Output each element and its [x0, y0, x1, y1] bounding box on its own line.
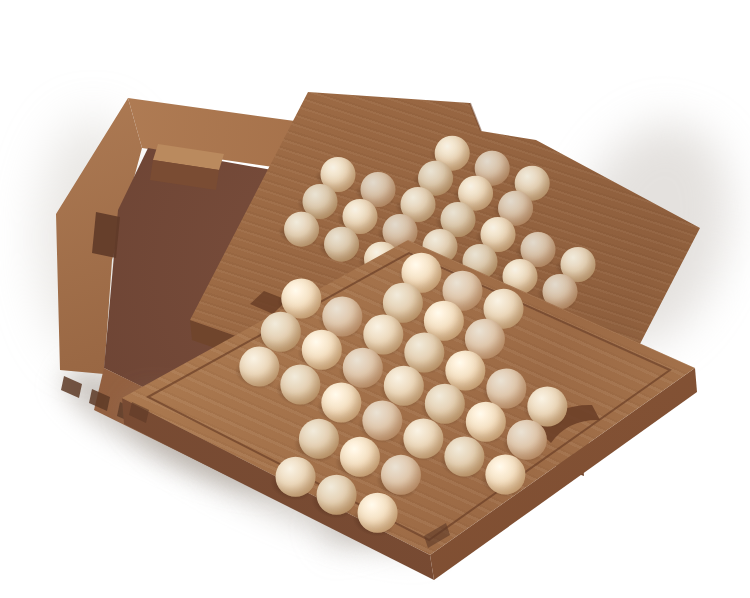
peg-ball[interactable]: [485, 455, 525, 495]
peg-ball[interactable]: [280, 365, 320, 405]
peg-ball[interactable]: [340, 437, 380, 477]
peg-ball[interactable]: [276, 457, 316, 497]
peg-ball[interactable]: [384, 366, 424, 406]
peg-ball[interactable]: [466, 402, 506, 442]
peg-ball[interactable]: [321, 383, 361, 423]
front-joint-mark: [129, 402, 149, 423]
peg-ball[interactable]: [239, 347, 279, 387]
peg-ball[interactable]: [362, 401, 402, 441]
peg-ball[interactable]: [507, 420, 547, 460]
peg-solitaire-product-photo: [0, 0, 750, 598]
peg-ball[interactable]: [444, 437, 484, 477]
peg-ball[interactable]: [261, 312, 301, 352]
peg-ball[interactable]: [299, 419, 339, 459]
back-board-step-cut: [470, 103, 481, 131]
peg-ball[interactable]: [425, 384, 465, 424]
peg-ball[interactable]: [358, 493, 398, 533]
peg-ball[interactable]: [343, 348, 383, 388]
peg-ball[interactable]: [302, 330, 342, 370]
peg-ball[interactable]: [317, 475, 357, 515]
peg-ball[interactable]: [403, 419, 443, 459]
peg-ball[interactable]: [381, 455, 421, 495]
